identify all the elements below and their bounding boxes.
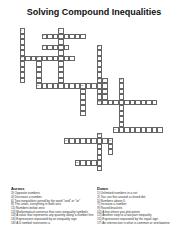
grid-cell[interactable]	[20, 78, 26, 84]
cell-number: 14	[114, 128, 116, 130]
cell-number: 5	[98, 45, 99, 47]
grid-cell[interactable]	[97, 166, 103, 172]
across-clue-list: 3) Opposite numbers4) Decrease a number6…	[11, 191, 99, 224]
clue-item: 18) A U symbol represents a	[11, 221, 99, 225]
grid-cell[interactable]	[152, 100, 158, 106]
grid-cell[interactable]	[80, 34, 86, 40]
down-header: Down	[97, 186, 185, 191]
grid-cell[interactable]	[157, 127, 163, 133]
cell-number: 12	[81, 84, 83, 86]
cell-number: 11	[37, 84, 39, 86]
crossword-grid: 123456789101112131415161718	[14, 28, 163, 171]
cell-number: 3	[43, 34, 44, 36]
cell-number: 8	[98, 78, 99, 80]
page-title: Solving Compound Inequalities	[0, 7, 188, 17]
grid-cell[interactable]	[108, 149, 114, 155]
cell-number: 7	[37, 56, 38, 58]
cell-number: 9	[103, 78, 104, 80]
grid-cell[interactable]	[64, 45, 70, 51]
cell-number: 16	[65, 139, 67, 141]
cell-number: 2	[59, 29, 60, 31]
down-clues-section: Down 1) Unlimited numbers in a set2) You…	[97, 186, 185, 243]
cell-number: 18	[76, 161, 78, 163]
clue-item: 17) An intersection is what is common or…	[97, 221, 185, 225]
down-clue-list: 1) Unlimited numbers in a set2) You use …	[97, 191, 185, 224]
cell-number: 4	[43, 45, 44, 47]
cell-number: 1	[21, 29, 22, 31]
across-clues-section: Across 3) Opposite numbers4) Decrease a …	[11, 186, 99, 243]
cell-number: 17	[109, 139, 111, 141]
grid-cell[interactable]	[69, 56, 75, 62]
grid-cell[interactable]	[80, 111, 86, 117]
cell-number: 6	[21, 56, 22, 58]
cell-number: 13	[98, 100, 100, 102]
cell-number: 10	[120, 78, 122, 80]
across-header: Across	[11, 186, 99, 191]
cell-number: 15	[98, 133, 100, 135]
worksheet-page: Solving Compound Inequalities 1234567891…	[0, 0, 188, 243]
